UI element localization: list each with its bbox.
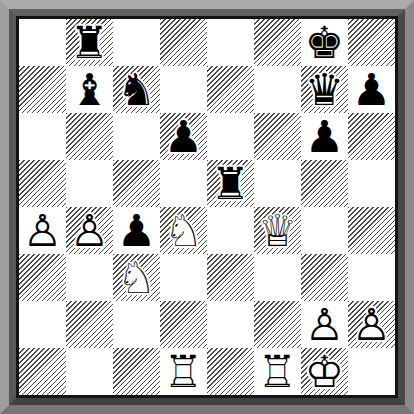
rook-glyph-outline: ♖ <box>254 348 301 395</box>
pawn-glyph: ♟ <box>160 113 207 160</box>
square-c6[interactable] <box>113 113 160 160</box>
square-g1[interactable]: ♚♔ <box>301 348 348 395</box>
piece-white-rook: ♜♖ <box>160 348 207 395</box>
square-b6[interactable] <box>66 113 113 160</box>
square-e5[interactable]: ♜ <box>207 160 254 207</box>
square-e4[interactable] <box>207 207 254 254</box>
square-b7[interactable]: ♝ <box>66 66 113 113</box>
square-c1[interactable] <box>113 348 160 395</box>
square-b8[interactable]: ♜ <box>66 19 113 66</box>
piece-white-pawn: ♟♙ <box>301 301 348 348</box>
piece-black-knight: ♞ <box>113 66 160 113</box>
square-e8[interactable] <box>207 19 254 66</box>
square-d6[interactable]: ♟ <box>160 113 207 160</box>
square-f4[interactable]: ♛♕ <box>254 207 301 254</box>
square-e2[interactable] <box>207 301 254 348</box>
square-b4[interactable]: ♟♙ <box>66 207 113 254</box>
square-a8[interactable] <box>19 19 66 66</box>
queen-glyph: ♛ <box>301 66 348 113</box>
square-b5[interactable] <box>66 160 113 207</box>
square-h7[interactable]: ♟ <box>348 66 395 113</box>
square-f5[interactable] <box>254 160 301 207</box>
square-e1[interactable] <box>207 348 254 395</box>
square-a1[interactable] <box>19 348 66 395</box>
square-g3[interactable] <box>301 254 348 301</box>
square-e3[interactable] <box>207 254 254 301</box>
square-a4[interactable]: ♟♙ <box>19 207 66 254</box>
square-d7[interactable] <box>160 66 207 113</box>
square-d1[interactable]: ♜♖ <box>160 348 207 395</box>
square-h5[interactable] <box>348 160 395 207</box>
square-c5[interactable] <box>113 160 160 207</box>
board-frame-outer: ♜♚♝♞♛♟♟♟♜♟♙♟♙♟♞♘♛♕♞♘♟♙♟♙♜♖♜♖♚♔ <box>0 0 414 414</box>
pawn-glyph: ♟ <box>113 207 160 254</box>
piece-white-pawn: ♟♙ <box>19 207 66 254</box>
square-c2[interactable] <box>113 301 160 348</box>
piece-black-king: ♚ <box>301 19 348 66</box>
square-f7[interactable] <box>254 66 301 113</box>
knight-glyph-outline: ♘ <box>160 207 207 254</box>
pawn-glyph: ♟ <box>348 66 395 113</box>
square-d4[interactable]: ♞♘ <box>160 207 207 254</box>
square-f8[interactable] <box>254 19 301 66</box>
pawn-glyph: ♟ <box>301 113 348 160</box>
square-d5[interactable] <box>160 160 207 207</box>
square-c8[interactable] <box>113 19 160 66</box>
pawn-glyph-outline: ♙ <box>348 301 395 348</box>
rook-glyph-outline: ♖ <box>160 348 207 395</box>
board-frame-mid: ♜♚♝♞♛♟♟♟♜♟♙♟♙♟♞♘♛♕♞♘♟♙♟♙♜♖♜♖♚♔ <box>9 9 405 405</box>
rook-glyph: ♜ <box>207 160 254 207</box>
square-g8[interactable]: ♚ <box>301 19 348 66</box>
square-g6[interactable]: ♟ <box>301 113 348 160</box>
square-h4[interactable] <box>348 207 395 254</box>
square-h1[interactable] <box>348 348 395 395</box>
piece-black-pawn: ♟ <box>348 66 395 113</box>
piece-black-queen: ♛ <box>301 66 348 113</box>
square-a5[interactable] <box>19 160 66 207</box>
square-g7[interactable]: ♛ <box>301 66 348 113</box>
square-d8[interactable] <box>160 19 207 66</box>
square-b2[interactable] <box>66 301 113 348</box>
piece-white-king: ♚♔ <box>301 348 348 395</box>
rook-glyph: ♜ <box>66 19 113 66</box>
square-a6[interactable] <box>19 113 66 160</box>
square-a3[interactable] <box>19 254 66 301</box>
square-a7[interactable] <box>19 66 66 113</box>
piece-white-rook: ♜♖ <box>254 348 301 395</box>
square-d3[interactable] <box>160 254 207 301</box>
piece-white-pawn: ♟♙ <box>66 207 113 254</box>
piece-white-pawn: ♟♙ <box>348 301 395 348</box>
knight-glyph: ♞ <box>113 66 160 113</box>
square-c7[interactable]: ♞ <box>113 66 160 113</box>
square-h8[interactable] <box>348 19 395 66</box>
king-glyph: ♚ <box>301 19 348 66</box>
king-glyph-outline: ♔ <box>301 348 348 395</box>
square-f6[interactable] <box>254 113 301 160</box>
pawn-glyph-outline: ♙ <box>19 207 66 254</box>
square-e6[interactable] <box>207 113 254 160</box>
piece-black-pawn: ♟ <box>160 113 207 160</box>
square-d2[interactable] <box>160 301 207 348</box>
square-f1[interactable]: ♜♖ <box>254 348 301 395</box>
bishop-glyph: ♝ <box>66 66 113 113</box>
square-h6[interactable] <box>348 113 395 160</box>
piece-black-rook: ♜ <box>66 19 113 66</box>
square-f3[interactable] <box>254 254 301 301</box>
square-f2[interactable] <box>254 301 301 348</box>
pawn-glyph-outline: ♙ <box>301 301 348 348</box>
piece-white-knight: ♞♘ <box>113 254 160 301</box>
square-h3[interactable] <box>348 254 395 301</box>
square-e7[interactable] <box>207 66 254 113</box>
square-g4[interactable] <box>301 207 348 254</box>
square-g2[interactable]: ♟♙ <box>301 301 348 348</box>
piece-black-bishop: ♝ <box>66 66 113 113</box>
queen-glyph-outline: ♕ <box>254 207 301 254</box>
chessboard: ♜♚♝♞♛♟♟♟♜♟♙♟♙♟♞♘♛♕♞♘♟♙♟♙♜♖♜♖♚♔ <box>19 19 395 395</box>
square-h2[interactable]: ♟♙ <box>348 301 395 348</box>
piece-white-queen: ♛♕ <box>254 207 301 254</box>
square-b3[interactable] <box>66 254 113 301</box>
piece-black-pawn: ♟ <box>301 113 348 160</box>
pawn-glyph-outline: ♙ <box>66 207 113 254</box>
board-frame-inner: ♜♚♝♞♛♟♟♟♜♟♙♟♙♟♞♘♛♕♞♘♟♙♟♙♜♖♜♖♚♔ <box>16 16 398 398</box>
piece-white-knight: ♞♘ <box>160 207 207 254</box>
square-b1[interactable] <box>66 348 113 395</box>
knight-glyph-outline: ♘ <box>113 254 160 301</box>
square-c4[interactable]: ♟ <box>113 207 160 254</box>
piece-black-pawn: ♟ <box>113 207 160 254</box>
square-c3[interactable]: ♞♘ <box>113 254 160 301</box>
square-g5[interactable] <box>301 160 348 207</box>
piece-black-rook: ♜ <box>207 160 254 207</box>
square-a2[interactable] <box>19 301 66 348</box>
